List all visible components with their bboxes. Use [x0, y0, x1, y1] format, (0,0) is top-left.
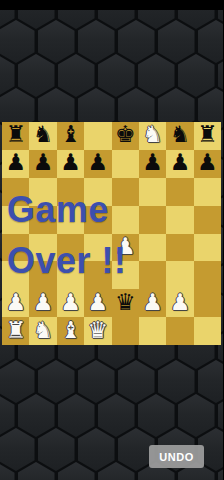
square-a7[interactable]: ♟	[2, 150, 29, 178]
square-a1[interactable]: ♜	[2, 317, 29, 345]
black-pawn-piece: ♟	[60, 151, 81, 174]
square-b6[interactable]	[29, 178, 56, 206]
hexagon	[198, 360, 224, 403]
hexagon	[78, 428, 115, 471]
square-g1[interactable]	[166, 317, 193, 345]
white-rook-piece: ♜	[5, 319, 26, 342]
white-pawn-piece: ♟	[5, 291, 26, 314]
white-knight-piece: ♞	[33, 319, 54, 342]
hexagon	[0, 20, 35, 63]
square-a6[interactable]	[2, 178, 29, 206]
square-b5[interactable]	[29, 206, 56, 234]
black-rook-piece: ♜	[5, 123, 26, 146]
hexagon	[0, 428, 35, 471]
square-d6[interactable]	[84, 178, 111, 206]
hexagon	[18, 394, 55, 437]
square-h3[interactable]	[194, 261, 221, 289]
square-d2[interactable]: ♟	[84, 289, 111, 317]
square-g6[interactable]	[166, 178, 193, 206]
white-pawn-piece: ♟	[33, 291, 54, 314]
black-queen-piece: ♛	[115, 291, 136, 314]
square-d5[interactable]	[84, 206, 111, 234]
hexagon	[118, 20, 155, 63]
black-pawn-piece: ♟	[142, 151, 163, 174]
square-c1[interactable]: ♝	[57, 317, 84, 345]
hexagon	[78, 20, 115, 63]
square-g3[interactable]	[166, 261, 193, 289]
square-c4[interactable]	[57, 234, 84, 262]
hexagon	[138, 54, 175, 97]
square-a3[interactable]	[2, 261, 29, 289]
square-c2[interactable]: ♟	[57, 289, 84, 317]
square-e4[interactable]: ♟	[112, 234, 139, 262]
square-g8[interactable]: ♞	[166, 122, 193, 150]
black-bishop-piece: ♝	[60, 123, 81, 146]
square-g5[interactable]	[166, 206, 193, 234]
hexagon	[158, 360, 195, 403]
square-d4[interactable]	[84, 234, 111, 262]
black-knight-piece: ♞	[33, 123, 54, 146]
square-e6[interactable]	[112, 178, 139, 206]
chess-board: ♜♞♝♚♞♞♜♟♟♟♟♟♟♟♟♟♟♟♟♛♟♟♜♞♝♛	[2, 122, 221, 345]
square-b8[interactable]: ♞	[29, 122, 56, 150]
white-queen-piece: ♛	[88, 319, 109, 342]
square-b4[interactable]	[29, 234, 56, 262]
square-h4[interactable]	[194, 234, 221, 262]
square-g7[interactable]: ♟	[166, 150, 193, 178]
hexagon	[18, 54, 55, 97]
hexagon	[178, 394, 215, 437]
undo-button[interactable]: UNDO	[149, 445, 204, 468]
white-pawn-piece: ♟	[115, 235, 136, 258]
square-d8[interactable]	[84, 122, 111, 150]
black-pawn-piece: ♟	[33, 151, 54, 174]
hexagon	[198, 20, 224, 63]
white-knight-piece: ♞	[142, 123, 163, 146]
white-pawn-piece: ♟	[142, 291, 163, 314]
square-c8[interactable]: ♝	[57, 122, 84, 150]
square-c7[interactable]: ♟	[57, 150, 84, 178]
hexagon	[38, 20, 75, 63]
hexagon	[0, 360, 35, 403]
square-h1[interactable]	[194, 317, 221, 345]
black-pawn-piece: ♟	[170, 151, 191, 174]
black-king-piece: ♚	[115, 123, 136, 146]
hexagon	[38, 428, 75, 471]
square-e7[interactable]	[112, 150, 139, 178]
hexagon	[178, 54, 215, 97]
hexagon	[118, 360, 155, 403]
square-h8[interactable]: ♜	[194, 122, 221, 150]
hexagon	[98, 394, 135, 437]
square-c5[interactable]	[57, 206, 84, 234]
square-f2[interactable]: ♟	[139, 289, 166, 317]
black-knight-piece: ♞	[170, 123, 191, 146]
hexagon	[78, 360, 115, 403]
square-d1[interactable]: ♛	[84, 317, 111, 345]
square-g4[interactable]	[166, 234, 193, 262]
square-e3[interactable]	[112, 261, 139, 289]
square-h5[interactable]	[194, 206, 221, 234]
square-f3[interactable]	[139, 261, 166, 289]
square-f7[interactable]: ♟	[139, 150, 166, 178]
square-e1[interactable]	[112, 317, 139, 345]
phone-screen: ♜♞♝♚♞♞♜♟♟♟♟♟♟♟♟♟♟♟♟♛♟♟♜♞♝♛ Game Over !! …	[0, 0, 223, 480]
status-bar	[0, 0, 223, 10]
square-e8[interactable]: ♚	[112, 122, 139, 150]
hexagon	[58, 394, 95, 437]
white-pawn-piece: ♟	[170, 291, 191, 314]
square-f4[interactable]	[139, 234, 166, 262]
hexagon	[98, 54, 135, 97]
square-a4[interactable]	[2, 234, 29, 262]
square-g2[interactable]: ♟	[166, 289, 193, 317]
white-pawn-piece: ♟	[88, 291, 109, 314]
square-e5[interactable]	[112, 206, 139, 234]
white-bishop-piece: ♝	[60, 319, 81, 342]
black-pawn-piece: ♟	[197, 151, 218, 174]
square-e2[interactable]: ♛	[112, 289, 139, 317]
square-f1[interactable]	[139, 317, 166, 345]
square-f8[interactable]: ♞	[139, 122, 166, 150]
square-b3[interactable]	[29, 261, 56, 289]
square-h7[interactable]: ♟	[194, 150, 221, 178]
square-f6[interactable]	[139, 178, 166, 206]
square-f5[interactable]	[139, 206, 166, 234]
white-pawn-piece: ♟	[60, 291, 81, 314]
hexagon	[38, 360, 75, 403]
hexagon	[58, 54, 95, 97]
hexagon	[158, 20, 195, 63]
square-c3[interactable]	[57, 261, 84, 289]
black-pawn-piece: ♟	[88, 151, 109, 174]
square-b2[interactable]: ♟	[29, 289, 56, 317]
square-h2[interactable]	[194, 289, 221, 317]
black-pawn-piece: ♟	[5, 151, 26, 174]
hexagon	[138, 394, 175, 437]
square-c6[interactable]	[57, 178, 84, 206]
square-h6[interactable]	[194, 178, 221, 206]
square-b1[interactable]: ♞	[29, 317, 56, 345]
square-a5[interactable]	[2, 206, 29, 234]
square-d7[interactable]: ♟	[84, 150, 111, 178]
square-a2[interactable]: ♟	[2, 289, 29, 317]
square-d3[interactable]	[84, 261, 111, 289]
square-a8[interactable]: ♜	[2, 122, 29, 150]
black-rook-piece: ♜	[197, 123, 218, 146]
square-b7[interactable]: ♟	[29, 150, 56, 178]
